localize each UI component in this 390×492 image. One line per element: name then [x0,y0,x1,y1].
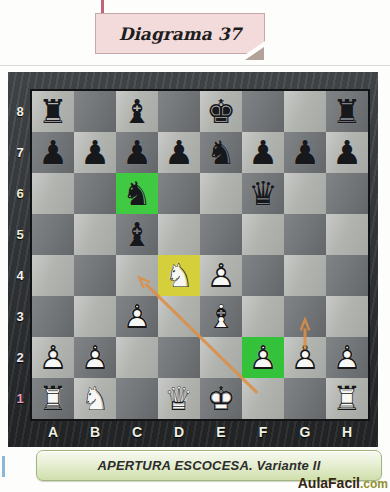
square-f2[interactable]: ♟♙ [242,337,284,378]
square-h8[interactable]: ♜ [326,91,368,132]
rank-label-7: 7 [8,132,32,173]
square-b7[interactable]: ♟ [74,132,116,173]
square-e2[interactable] [200,337,242,378]
square-g8[interactable] [284,91,326,132]
square-e5[interactable] [200,214,242,255]
square-h5[interactable] [326,214,368,255]
square-f7[interactable]: ♟ [242,132,284,173]
square-b3[interactable] [74,296,116,337]
square-h1[interactable]: ♜♖ [326,378,368,419]
diagram-title: Diagrama 37 [119,24,242,44]
square-c4[interactable] [116,255,158,296]
square-c3[interactable]: ♟♙ [116,296,158,337]
square-f1[interactable] [242,378,284,419]
black-king[interactable]: ♚ [200,91,242,132]
square-d8[interactable] [158,91,200,132]
square-e4[interactable]: ♟♙ [200,255,242,296]
white-queen[interactable]: ♛♕ [158,378,200,419]
site-watermark-name: AulaFacil [298,475,360,491]
black-queen[interactable]: ♛ [242,173,284,214]
note-pointer-tick [101,0,104,13]
square-c8[interactable]: ♝ [116,91,158,132]
section-divider-line [0,65,390,66]
square-f8[interactable] [242,91,284,132]
square-a6[interactable] [32,173,74,214]
diagram-note-body: Diagrama 37 [95,13,265,54]
page-margin-tick [2,456,5,477]
square-g3[interactable] [284,296,326,337]
white-pawn[interactable]: ♟♙ [116,296,158,337]
square-c6[interactable]: ♞ [116,173,158,214]
square-a4[interactable] [32,255,74,296]
rank-label-4: 4 [8,255,32,296]
black-pawn[interactable]: ♟ [284,132,326,173]
square-d5[interactable] [158,214,200,255]
square-b4[interactable] [74,255,116,296]
rank-label-6: 6 [8,173,32,214]
white-rook[interactable]: ♜♖ [326,378,368,419]
file-label-a: A [32,421,74,443]
square-d4[interactable]: ♞♘ [158,255,200,296]
rank-label-1: 1 [8,378,32,419]
black-knight[interactable]: ♞ [116,173,158,214]
white-pawn[interactable]: ♟♙ [74,337,116,378]
black-rook[interactable]: ♜ [32,91,74,132]
square-f4[interactable] [242,255,284,296]
white-rook[interactable]: ♜♖ [32,378,74,419]
chess-board-frame: 87654321 ♜♝♚♜♟♟♟♟♞♟♟♟♞♛♝♞♘♟♙♟♙♝♗♟♙♟♙♟♙♟♙… [8,72,378,447]
square-e7[interactable]: ♞ [200,132,242,173]
square-a1[interactable]: ♜♖ [32,378,74,419]
rank-label-2: 2 [8,337,32,378]
square-e1[interactable]: ♚♔ [200,378,242,419]
black-bishop[interactable]: ♝ [116,91,158,132]
square-f3[interactable] [242,296,284,337]
square-d6[interactable] [158,173,200,214]
file-label-c: C [116,421,158,443]
square-b2[interactable]: ♟♙ [74,337,116,378]
rank-labels: 87654321 [8,91,32,419]
square-g2[interactable]: ♟♙ [284,337,326,378]
file-label-d: D [158,421,200,443]
white-pawn[interactable]: ♟♙ [326,337,368,378]
black-pawn[interactable]: ♟ [116,132,158,173]
square-d7[interactable]: ♟ [158,132,200,173]
white-pawn[interactable]: ♟♙ [32,337,74,378]
square-d1[interactable]: ♛♕ [158,378,200,419]
square-d3[interactable] [158,296,200,337]
file-label-e: E [200,421,242,443]
square-d2[interactable] [158,337,200,378]
file-label-g: G [284,421,326,443]
file-label-f: F [242,421,284,443]
diagram-note: Diagrama 37 [95,13,265,54]
square-c1[interactable] [116,378,158,419]
square-h6[interactable] [326,173,368,214]
white-knight[interactable]: ♞♘ [74,378,116,419]
square-a7[interactable]: ♟ [32,132,74,173]
square-f5[interactable] [242,214,284,255]
white-king[interactable]: ♚♔ [200,378,242,419]
rank-label-5: 5 [8,214,32,255]
square-c7[interactable]: ♟ [116,132,158,173]
black-bishop[interactable]: ♝ [116,214,158,255]
square-c5[interactable]: ♝ [116,214,158,255]
black-rook[interactable]: ♜ [326,91,368,132]
black-pawn[interactable]: ♟ [74,132,116,173]
lesson-caption-text: APERTURA ESCOCESA. Variante II [98,458,321,473]
square-g7[interactable]: ♟ [284,132,326,173]
rank-label-8: 8 [8,91,32,132]
square-b1[interactable]: ♞♘ [74,378,116,419]
square-h3[interactable] [326,296,368,337]
square-b5[interactable] [74,214,116,255]
file-label-h: H [326,421,368,443]
square-e8[interactable]: ♚ [200,91,242,132]
square-a5[interactable] [32,214,74,255]
file-label-b: B [74,421,116,443]
square-g1[interactable] [284,378,326,419]
square-e3[interactable]: ♝♗ [200,296,242,337]
square-c2[interactable] [116,337,158,378]
square-g5[interactable] [284,214,326,255]
white-bishop[interactable]: ♝♗ [200,296,242,337]
white-pawn[interactable]: ♟♙ [200,255,242,296]
square-e6[interactable] [200,173,242,214]
square-h7[interactable]: ♟ [326,132,368,173]
square-b8[interactable] [74,91,116,132]
white-pawn[interactable]: ♟♙ [242,337,284,378]
square-a8[interactable]: ♜ [32,91,74,132]
square-a3[interactable] [32,296,74,337]
square-b6[interactable] [74,173,116,214]
site-watermark: AulaFacil.com [0,474,388,492]
page: Diagrama 37 87654321 ♜♝♚♜♟♟♟♟♞♟♟♟♞♛♝♞♘♟♙… [0,0,390,492]
chess-board[interactable]: ♜♝♚♜♟♟♟♟♞♟♟♟♞♛♝♞♘♟♙♟♙♝♗♟♙♟♙♟♙♟♙♟♙♜♖♞♘♛♕♚… [32,91,368,419]
rank-label-3: 3 [8,296,32,337]
square-h2[interactable]: ♟♙ [326,337,368,378]
black-pawn[interactable]: ♟ [326,132,368,173]
square-f6[interactable]: ♛ [242,173,284,214]
white-knight[interactable]: ♞♘ [158,255,200,296]
black-pawn[interactable]: ♟ [242,132,284,173]
black-pawn[interactable]: ♟ [158,132,200,173]
square-g6[interactable] [284,173,326,214]
site-watermark-tld: .com [360,477,388,491]
square-a2[interactable]: ♟♙ [32,337,74,378]
white-pawn[interactable]: ♟♙ [284,337,326,378]
file-labels: ABCDEFGH [32,421,368,443]
black-knight[interactable]: ♞ [200,132,242,173]
black-pawn[interactable]: ♟ [32,132,74,173]
square-g4[interactable] [284,255,326,296]
square-h4[interactable] [326,255,368,296]
